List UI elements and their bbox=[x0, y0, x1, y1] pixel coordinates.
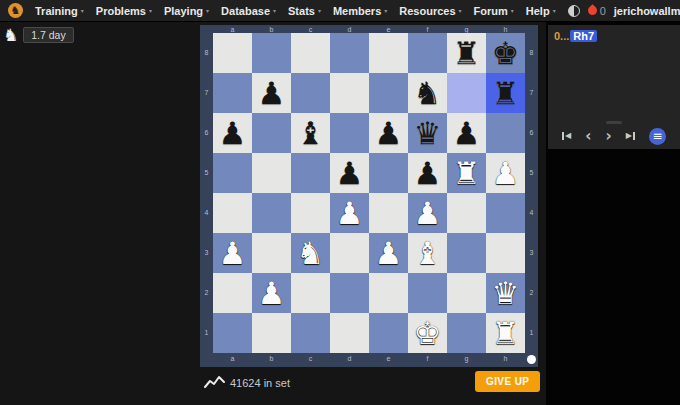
white-pawn[interactable]: ♟ bbox=[492, 153, 520, 193]
square-h2[interactable]: ♛ bbox=[486, 273, 525, 313]
square-c7[interactable] bbox=[291, 73, 330, 113]
square-f5[interactable]: ♟ bbox=[408, 153, 447, 193]
menu-item-label: Training bbox=[35, 5, 78, 17]
navbar-right: 0 jerichowallman ▾ bbox=[568, 4, 680, 18]
square-g4[interactable] bbox=[447, 193, 486, 233]
username-label: jerichowallman bbox=[614, 5, 680, 17]
chevron-down-icon: ▾ bbox=[553, 7, 556, 14]
file-label-d: d bbox=[330, 353, 369, 367]
chevron-down-icon: ▾ bbox=[273, 7, 276, 14]
square-a5[interactable] bbox=[213, 153, 252, 193]
menu-item-training[interactable]: Training▾ bbox=[35, 5, 84, 17]
square-e8[interactable] bbox=[369, 33, 408, 73]
square-f4[interactable]: ♟ bbox=[408, 193, 447, 233]
square-h4[interactable] bbox=[486, 193, 525, 233]
theme-toggle-icon[interactable] bbox=[568, 5, 580, 17]
square-a2[interactable] bbox=[213, 273, 252, 313]
chevron-down-icon: ▾ bbox=[459, 7, 462, 14]
file-labels-top: abcdefgh bbox=[213, 25, 538, 33]
menu-item-label: Playing bbox=[164, 5, 203, 17]
problem-timer: ♞ 1.7 day bbox=[3, 26, 74, 44]
square-c6[interactable]: ♝ bbox=[291, 113, 330, 153]
board-grid: ♜♚♟♞♜♟♝♟♛♟♟♟♜♟♟♟♟♞♟♝♟♛♚♜ bbox=[213, 33, 525, 353]
menu-item-members[interactable]: Members▾ bbox=[333, 5, 387, 17]
square-h1[interactable]: ♜ bbox=[486, 313, 525, 353]
square-e4[interactable] bbox=[369, 193, 408, 233]
square-h7[interactable]: ♜ bbox=[486, 73, 525, 113]
square-d1[interactable] bbox=[330, 313, 369, 353]
menu-item-resources[interactable]: Resources▾ bbox=[399, 5, 461, 17]
square-b3[interactable] bbox=[252, 233, 291, 273]
go-previous-button[interactable]: ‹ bbox=[585, 129, 591, 143]
chevron-down-icon: ▾ bbox=[149, 7, 152, 14]
rank-label-5: 5 bbox=[525, 153, 538, 193]
white-pawn[interactable]: ♟ bbox=[336, 193, 364, 233]
menu-item-database[interactable]: Database▾ bbox=[221, 5, 276, 17]
file-label-b: b bbox=[252, 353, 291, 367]
file-label-g: g bbox=[447, 353, 486, 367]
white-pawn[interactable]: ♟ bbox=[219, 233, 247, 273]
rank-label-4: 4 bbox=[525, 193, 538, 233]
top-navbar: ♞ Training▾Problems▾Playing▾Database▾Sta… bbox=[0, 0, 680, 22]
square-h8[interactable]: ♚ bbox=[486, 33, 525, 73]
chevron-down-icon: ▾ bbox=[81, 7, 84, 14]
square-g7[interactable] bbox=[447, 73, 486, 113]
black-pawn[interactable]: ♟ bbox=[258, 73, 286, 113]
square-c5[interactable] bbox=[291, 153, 330, 193]
menu-item-problems[interactable]: Problems▾ bbox=[96, 5, 152, 17]
square-d3[interactable] bbox=[330, 233, 369, 273]
white-bishop[interactable]: ♝ bbox=[414, 233, 442, 273]
square-c4[interactable] bbox=[291, 193, 330, 233]
square-f1[interactable]: ♚ bbox=[408, 313, 447, 353]
move-list: 0...Rh7 bbox=[548, 25, 680, 47]
square-a6[interactable]: ♟ bbox=[213, 113, 252, 153]
menu-item-help[interactable]: Help▾ bbox=[526, 5, 556, 17]
square-f2[interactable] bbox=[408, 273, 447, 313]
file-label-e: e bbox=[369, 353, 408, 367]
go-next-button[interactable]: › bbox=[605, 129, 611, 143]
menu-item-label: Help bbox=[526, 5, 550, 17]
file-label-c: c bbox=[291, 353, 330, 367]
line-chart-icon bbox=[204, 375, 225, 394]
square-e3[interactable]: ♟ bbox=[369, 233, 408, 273]
menu-item-stats[interactable]: Stats▾ bbox=[288, 5, 321, 17]
chevron-down-icon: ▾ bbox=[318, 7, 321, 14]
black-queen[interactable]: ♛ bbox=[414, 113, 442, 153]
current-move[interactable]: Rh7 bbox=[570, 30, 597, 42]
rank-label-3: 3 bbox=[200, 233, 213, 273]
rank-label-8: 8 bbox=[200, 33, 213, 73]
rank-label-6: 6 bbox=[200, 113, 213, 153]
square-d4[interactable]: ♟ bbox=[330, 193, 369, 233]
square-f6[interactable]: ♛ bbox=[408, 113, 447, 153]
rank-label-8: 8 bbox=[525, 33, 538, 73]
white-rook[interactable]: ♜ bbox=[492, 313, 520, 353]
square-b1[interactable] bbox=[252, 313, 291, 353]
square-a3[interactable]: ♟ bbox=[213, 233, 252, 273]
menu-item-label: Forum bbox=[474, 5, 508, 17]
square-a8[interactable] bbox=[213, 33, 252, 73]
rank-label-2: 2 bbox=[200, 273, 213, 313]
square-g2[interactable] bbox=[447, 273, 486, 313]
square-b6[interactable] bbox=[252, 113, 291, 153]
white-queen[interactable]: ♛ bbox=[492, 273, 520, 313]
black-rook[interactable]: ♜ bbox=[492, 73, 520, 113]
square-a4[interactable] bbox=[213, 193, 252, 233]
menu-item-label: Resources bbox=[399, 5, 455, 17]
white-pawn[interactable]: ♟ bbox=[258, 273, 286, 313]
file-label-h: h bbox=[486, 353, 525, 367]
square-f7[interactable]: ♞ bbox=[408, 73, 447, 113]
square-c1[interactable] bbox=[291, 313, 330, 353]
square-b7[interactable]: ♟ bbox=[252, 73, 291, 113]
give-up-button[interactable]: GIVE UP bbox=[475, 371, 540, 392]
panel-resize-handle[interactable] bbox=[606, 121, 622, 124]
site-logo-knight-icon[interactable]: ♞ bbox=[8, 3, 23, 18]
square-c2[interactable] bbox=[291, 273, 330, 313]
menu-item-label: Database bbox=[221, 5, 270, 17]
square-a7[interactable] bbox=[213, 73, 252, 113]
square-c8[interactable] bbox=[291, 33, 330, 73]
square-g6[interactable]: ♟ bbox=[447, 113, 486, 153]
menu-item-label: Problems bbox=[96, 5, 146, 17]
chess-board: abcdefgh 87654321 ♜♚♟♞♜♟♝♟♛♟♟♟♜♟♟♟♟♞♟♝♟♛… bbox=[200, 25, 538, 367]
square-d2[interactable] bbox=[330, 273, 369, 313]
white-pawn[interactable]: ♟ bbox=[414, 193, 442, 233]
user-menu[interactable]: jerichowallman ▾ bbox=[614, 5, 680, 17]
menu-item-playing[interactable]: Playing▾ bbox=[164, 5, 209, 17]
rank-label-1: 1 bbox=[525, 313, 538, 353]
rank-label-3: 3 bbox=[525, 233, 538, 273]
black-pawn[interactable]: ♟ bbox=[453, 113, 481, 153]
black-king[interactable]: ♚ bbox=[492, 33, 520, 73]
square-b2[interactable]: ♟ bbox=[252, 273, 291, 313]
file-labels-bottom: abcdefgh bbox=[213, 353, 538, 367]
white-rook[interactable]: ♜ bbox=[453, 153, 481, 193]
square-c3[interactable]: ♞ bbox=[291, 233, 330, 273]
square-g1[interactable] bbox=[447, 313, 486, 353]
rank-label-1: 1 bbox=[200, 313, 213, 353]
main-menu: Training▾Problems▾Playing▾Database▾Stats… bbox=[35, 5, 556, 17]
menu-item-forum[interactable]: Forum▾ bbox=[474, 5, 514, 17]
rank-label-4: 4 bbox=[200, 193, 213, 233]
square-d6[interactable] bbox=[330, 113, 369, 153]
square-e1[interactable] bbox=[369, 313, 408, 353]
black-pawn[interactable]: ♟ bbox=[375, 113, 403, 153]
square-h5[interactable]: ♟ bbox=[486, 153, 525, 193]
move-nav-controls: ◀ ‹ › ▶ ≡ bbox=[548, 125, 680, 147]
square-g5[interactable]: ♜ bbox=[447, 153, 486, 193]
black-knight[interactable]: ♞ bbox=[414, 73, 442, 113]
problems-in-set-label: 41624 in set bbox=[230, 377, 290, 389]
black-pawn[interactable]: ♟ bbox=[336, 153, 364, 193]
menu-item-label: Members bbox=[333, 5, 381, 17]
file-label-f: f bbox=[408, 353, 447, 367]
square-b4[interactable] bbox=[252, 193, 291, 233]
rank-label-7: 7 bbox=[525, 73, 538, 113]
file-label-a: a bbox=[213, 353, 252, 367]
rank-label-7: 7 bbox=[200, 73, 213, 113]
menu-item-label: Stats bbox=[288, 5, 315, 17]
rank-labels-right: 87654321 bbox=[525, 33, 538, 353]
black-pawn[interactable]: ♟ bbox=[219, 113, 247, 153]
square-a1[interactable] bbox=[213, 313, 252, 353]
square-d8[interactable] bbox=[330, 33, 369, 73]
square-g8[interactable]: ♜ bbox=[447, 33, 486, 73]
chevron-down-icon: ▾ bbox=[511, 7, 514, 14]
chevron-down-icon: ▾ bbox=[206, 7, 209, 14]
square-b8[interactable] bbox=[252, 33, 291, 73]
white-to-move-indicator bbox=[527, 355, 536, 364]
rank-label-2: 2 bbox=[525, 273, 538, 313]
square-h3[interactable] bbox=[486, 233, 525, 273]
white-pawn[interactable]: ♟ bbox=[375, 233, 403, 273]
streak-count: 0 bbox=[600, 5, 606, 17]
square-b5[interactable] bbox=[252, 153, 291, 193]
square-e2[interactable] bbox=[369, 273, 408, 313]
square-e6[interactable]: ♟ bbox=[369, 113, 408, 153]
square-f3[interactable]: ♝ bbox=[408, 233, 447, 273]
go-first-button[interactable]: ◀ bbox=[562, 131, 571, 141]
square-d7[interactable] bbox=[330, 73, 369, 113]
white-king[interactable]: ♚ bbox=[414, 313, 442, 353]
square-f8[interactable] bbox=[408, 33, 447, 73]
white-knight[interactable]: ♞ bbox=[297, 233, 325, 273]
square-e7[interactable] bbox=[369, 73, 408, 113]
moves-menu-button[interactable]: ≡ bbox=[649, 128, 666, 145]
square-h6[interactable] bbox=[486, 113, 525, 153]
go-last-button[interactable]: ▶ bbox=[626, 131, 635, 141]
streak-flame-icon bbox=[586, 4, 599, 17]
chevron-down-icon: ▾ bbox=[384, 7, 387, 14]
white-knight-icon: ♞ bbox=[3, 26, 18, 44]
rank-label-5: 5 bbox=[200, 153, 213, 193]
move-number: 0... bbox=[554, 30, 569, 42]
move-list-panel: 0...Rh7 ◀ ‹ › ▶ ≡ bbox=[548, 25, 680, 149]
square-d5[interactable]: ♟ bbox=[330, 153, 369, 193]
black-bishop[interactable]: ♝ bbox=[297, 113, 325, 153]
rank-labels-left: 87654321 bbox=[200, 33, 213, 353]
square-g3[interactable] bbox=[447, 233, 486, 273]
black-pawn[interactable]: ♟ bbox=[414, 153, 442, 193]
black-rook[interactable]: ♜ bbox=[453, 33, 481, 73]
timer-value: 1.7 day bbox=[23, 27, 73, 43]
chess-training-page: ♞ Training▾Problems▾Playing▾Database▾Sta… bbox=[0, 0, 680, 405]
rank-label-6: 6 bbox=[525, 113, 538, 153]
square-e5[interactable] bbox=[369, 153, 408, 193]
